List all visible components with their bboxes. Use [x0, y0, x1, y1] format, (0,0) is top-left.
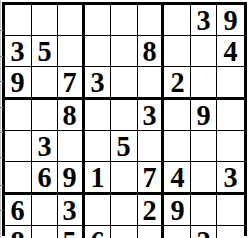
- given-digit: 6: [90, 226, 104, 238]
- cell-r7c4[interactable]: [85, 195, 112, 226]
- cell-r6c7: 4: [164, 162, 191, 195]
- grid-tick: [0, 107, 3, 108]
- given-digit: 9: [63, 162, 77, 192]
- cell-r7c6: 2: [138, 195, 165, 226]
- given-digit: 4: [170, 162, 184, 192]
- cell-r2c2: 5: [32, 36, 59, 67]
- cell-r8c7[interactable]: [164, 226, 191, 238]
- given-digit: 3: [90, 67, 104, 97]
- grid-tick: [0, 132, 3, 133]
- cell-r3c6[interactable]: [138, 67, 165, 100]
- given-digit: 9: [170, 195, 184, 225]
- given-digit: 9: [11, 67, 25, 97]
- given-digit: 7: [63, 67, 77, 97]
- cell-r1c3[interactable]: [58, 5, 85, 36]
- cell-r1c9: 9: [217, 5, 244, 36]
- given-digit: 3: [11, 36, 25, 66]
- cell-r4c8: 9: [191, 100, 218, 131]
- grid-tick: [0, 56, 3, 57]
- given-digit: 2: [142, 195, 156, 225]
- cell-r3c9[interactable]: [217, 67, 244, 100]
- cell-r2c4[interactable]: [85, 36, 112, 67]
- given-digit: 8: [11, 226, 25, 238]
- cell-r3c8[interactable]: [191, 67, 218, 100]
- cell-r8c3: 5: [58, 226, 85, 238]
- cell-r2c6: 8: [138, 36, 165, 67]
- cell-r5c7[interactable]: [164, 131, 191, 162]
- cell-r5c4[interactable]: [85, 131, 112, 162]
- cell-r6c9: 3: [217, 162, 244, 195]
- cell-r8c5[interactable]: [111, 226, 138, 238]
- cell-r3c2[interactable]: [32, 67, 59, 100]
- cell-r3c3: 7: [58, 67, 85, 100]
- given-digit: 5: [63, 226, 77, 238]
- cell-r5c8[interactable]: [191, 131, 218, 162]
- cell-r2c5[interactable]: [111, 36, 138, 67]
- grid-tick: [0, 157, 3, 158]
- given-digit: 5: [37, 36, 51, 66]
- given-digit: 3: [142, 100, 156, 130]
- cell-r2c1: 3: [5, 36, 32, 67]
- given-digit: 3: [197, 5, 211, 35]
- cell-r8c4: 6: [85, 226, 112, 238]
- cell-r3c5[interactable]: [111, 67, 138, 100]
- cell-r6c6: 7: [138, 162, 165, 195]
- cell-r2c7[interactable]: [164, 36, 191, 67]
- cell-r1c2[interactable]: [32, 5, 59, 36]
- cell-r2c3[interactable]: [58, 36, 85, 67]
- cell-r4c3: 8: [58, 100, 85, 131]
- cell-r8c6[interactable]: [138, 226, 165, 238]
- cell-r7c3: 3: [58, 195, 85, 226]
- grid-tick: [0, 210, 3, 211]
- cell-r4c9[interactable]: [217, 100, 244, 131]
- cell-r7c7: 9: [164, 195, 191, 226]
- given-digit: 6: [11, 195, 25, 225]
- cell-r1c8: 3: [191, 5, 218, 36]
- cell-r1c1[interactable]: [5, 5, 32, 36]
- cell-r1c7[interactable]: [164, 5, 191, 36]
- cell-r8c9[interactable]: [217, 226, 244, 238]
- cell-r5c6[interactable]: [138, 131, 165, 162]
- given-digit: 9: [197, 100, 211, 130]
- cell-r7c2[interactable]: [32, 195, 59, 226]
- cell-r1c5[interactable]: [111, 5, 138, 36]
- cell-r5c3[interactable]: [58, 131, 85, 162]
- cell-r2c8[interactable]: [191, 36, 218, 67]
- given-digit: 2: [197, 226, 211, 238]
- cell-r3c1: 9: [5, 67, 32, 100]
- cell-r7c5[interactable]: [111, 195, 138, 226]
- cell-r6c4: 1: [85, 162, 112, 195]
- cell-r4c7[interactable]: [164, 100, 191, 131]
- cell-r8c2[interactable]: [32, 226, 59, 238]
- sudoku-board: 39358497328393569174363298562192: [2, 2, 247, 236]
- cell-r4c1[interactable]: [5, 100, 32, 131]
- grid-tick: [0, 185, 3, 186]
- given-digit: 1: [90, 162, 104, 192]
- cell-r7c9[interactable]: [217, 195, 244, 226]
- cell-r5c9[interactable]: [217, 131, 244, 162]
- cell-r7c1: 6: [5, 195, 32, 226]
- cell-r5c1[interactable]: [5, 131, 32, 162]
- cell-r6c3: 9: [58, 162, 85, 195]
- screen-edge-line: [0, 0, 1, 238]
- cell-r8c1: 8: [5, 226, 32, 238]
- cell-r2c9: 4: [217, 36, 244, 67]
- given-digit: 8: [63, 100, 77, 130]
- cell-r4c5[interactable]: [111, 100, 138, 131]
- screenshot-stage: 39358497328393569174363298562192: [0, 0, 250, 238]
- grid-tick: [0, 81, 3, 82]
- cell-r6c8[interactable]: [191, 162, 218, 195]
- cell-r7c8[interactable]: [191, 195, 218, 226]
- cell-r5c5: 5: [111, 131, 138, 162]
- cell-r4c2[interactable]: [32, 100, 59, 131]
- given-digit: 3: [224, 162, 238, 192]
- cell-r5c2: 3: [32, 131, 59, 162]
- given-digit: 7: [142, 162, 156, 192]
- given-digit: 8: [142, 36, 156, 66]
- cell-r3c7: 2: [164, 67, 191, 100]
- cell-r4c4[interactable]: [85, 100, 112, 131]
- given-digit: 5: [117, 131, 131, 161]
- cell-r6c1[interactable]: [5, 162, 32, 195]
- given-digit: 2: [170, 67, 184, 97]
- given-digit: 3: [37, 131, 51, 161]
- given-digit: 4: [224, 36, 238, 66]
- cell-r8c8: 2: [191, 226, 218, 238]
- cell-r1c6[interactable]: [138, 5, 165, 36]
- given-digit: 6: [37, 162, 51, 192]
- grid-tick: [0, 30, 3, 31]
- cell-r3c4: 3: [85, 67, 112, 100]
- cell-r6c5[interactable]: [111, 162, 138, 195]
- given-digit: 3: [63, 195, 77, 225]
- cell-r1c4[interactable]: [85, 5, 112, 36]
- cell-r6c2: 6: [32, 162, 59, 195]
- given-digit: 9: [224, 5, 238, 35]
- cell-r4c6: 3: [138, 100, 165, 131]
